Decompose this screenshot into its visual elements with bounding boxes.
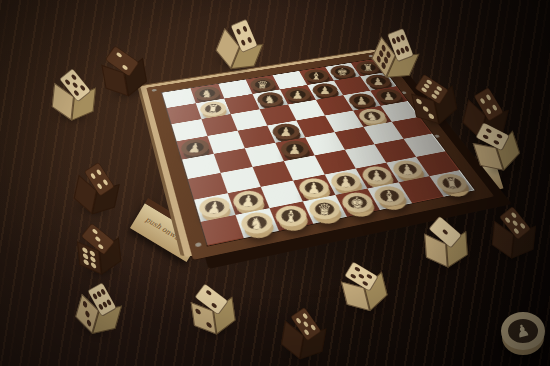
bishop-glyph: ♝ [311,71,322,81]
die-pip [404,45,409,52]
pawn-glyph: ♟ [206,200,222,216]
die-pip [354,266,361,272]
die-pip [236,28,242,35]
wooden-die-5-showing-3[interactable] [74,220,124,280]
die-pip [97,183,103,190]
pawn-glyph: ♟ [319,85,331,95]
pawn-glyph: ♟ [241,193,256,208]
die-pip [91,262,97,269]
queen-glyph: ♛ [317,201,332,217]
die-pip [492,104,498,111]
die-pip [65,79,71,86]
die-pip [84,309,89,318]
die-pip [512,220,518,227]
pawn-glyph: ♟ [288,143,301,156]
die-pip [122,64,129,70]
die-pip [310,324,316,331]
die-pip [71,74,77,81]
die-pip [493,139,500,145]
die-pip [496,133,503,139]
die-pip [366,273,373,279]
die-pip [428,113,435,120]
die-pip [94,236,101,242]
die-pip [422,106,429,113]
bishop-glyph: ♝ [284,208,299,224]
die-pip [511,212,517,219]
die-pip [79,84,85,91]
die-pip [400,35,405,42]
piece-white-knight-b1[interactable]: ♞ [238,210,276,236]
pawn-glyph: ♟ [292,89,304,100]
die-pip [480,98,486,105]
pawn-glyph: ♟ [400,163,416,177]
die-pip [87,319,92,328]
knight-glyph: ♞ [366,110,380,121]
die-pip [482,134,489,140]
bishop-glyph: ♝ [382,188,398,203]
die-pip [302,313,308,320]
die-pip [303,328,309,335]
king-glyph: ♚ [337,67,349,77]
die-pip [513,227,519,234]
wooden-die-15-showing-1[interactable] [422,214,470,273]
wooden-die-2-showing-2[interactable] [97,41,150,104]
wooden-die-14-showing-5[interactable] [489,204,539,264]
die-pip [303,321,309,328]
die-pip [486,94,492,101]
pawn-glyph: ♟ [187,141,202,154]
die-pip [486,108,492,115]
pawn-glyph: ♟ [339,174,354,188]
die-pip [91,228,98,234]
wooden-die-7-showing-2[interactable] [187,279,238,341]
die-pip [519,222,525,229]
die-pip [206,321,212,328]
die-pip [82,300,87,309]
die-pip [242,26,248,33]
die-pip [505,217,511,224]
die-pip [350,273,357,279]
die-pip [73,89,79,96]
die-pip [296,317,302,324]
die-pip [116,52,123,58]
die-pip [358,273,365,279]
pawn-glyph: ♟ [382,91,395,102]
pawn-glyph: ♟ [355,95,368,106]
die-pip [96,169,102,176]
die-pip [83,259,89,266]
photo-scene: push onward push onward Game Set push on… [0,0,550,366]
pawn-glyph: ♟ [514,321,531,340]
die-pip [485,128,492,134]
die-pip [211,302,218,308]
knight-glyph: ♞ [249,215,265,231]
queen-glyph: ♛ [257,79,269,89]
pawn-glyph: ♟ [370,168,385,182]
die-pip [97,244,104,250]
captured-white-pawn[interactable]: ♟ [501,312,545,350]
knight-glyph: ♞ [200,88,213,99]
die-pip [102,179,108,186]
pawn-glyph: ♟ [280,125,293,137]
die-pip [90,173,96,180]
king-glyph: ♚ [350,195,365,210]
die-pip [72,82,78,89]
die-pip [195,308,201,315]
pawn-glyph: ♟ [307,180,321,195]
die-pip [247,36,253,43]
rook-glyph: ♜ [443,176,460,190]
wooden-die-3-showing-5[interactable] [49,66,99,126]
die-pip [362,280,369,286]
die-pip [205,289,212,295]
die-pip [442,229,449,236]
knight-glyph: ♞ [264,94,276,105]
die-pip [415,98,422,105]
rook-glyph: ♜ [206,103,220,114]
die-pip [241,39,247,46]
